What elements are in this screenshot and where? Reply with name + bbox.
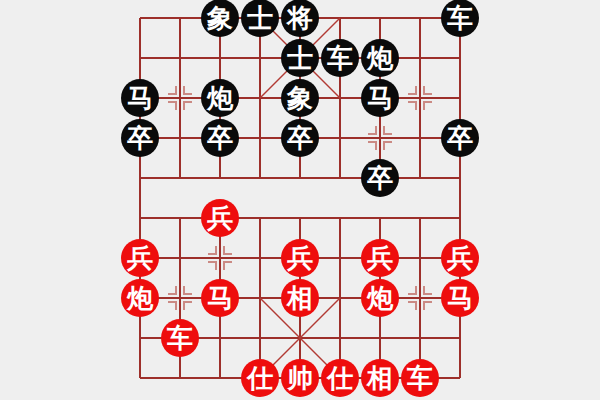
piece-black-soldier[interactable]: 卒	[361, 159, 399, 197]
piece-red-elephant[interactable]: 相	[281, 279, 319, 317]
piece-black-soldier[interactable]: 卒	[121, 119, 159, 157]
piece-black-advisor[interactable]: 士	[281, 39, 319, 77]
piece-black-cannon[interactable]: 炮	[361, 39, 399, 77]
xiangqi-board[interactable]: 象士将车士车炮马炮象马卒卒卒卒卒兵兵兵兵兵炮马相炮马车仕帅仕相车	[120, 0, 480, 398]
piece-red-soldier[interactable]: 兵	[201, 199, 239, 237]
piece-black-soldier[interactable]: 卒	[201, 119, 239, 157]
piece-black-soldier[interactable]: 卒	[441, 119, 479, 157]
piece-black-soldier[interactable]: 卒	[281, 119, 319, 157]
piece-red-advisor[interactable]: 仕	[241, 359, 279, 397]
piece-black-horse[interactable]: 马	[361, 79, 399, 117]
piece-red-soldier[interactable]: 兵	[361, 239, 399, 277]
piece-red-elephant[interactable]: 相	[361, 359, 399, 397]
pieces-layer: 象士将车士车炮马炮象马卒卒卒卒卒兵兵兵兵兵炮马相炮马车仕帅仕相车	[120, 0, 480, 398]
piece-red-soldier[interactable]: 兵	[121, 239, 159, 277]
piece-red-horse[interactable]: 马	[441, 279, 479, 317]
piece-red-general[interactable]: 帅	[281, 359, 319, 397]
piece-red-advisor[interactable]: 仕	[321, 359, 359, 397]
piece-black-elephant[interactable]: 象	[201, 0, 239, 37]
piece-red-cannon[interactable]: 炮	[361, 279, 399, 317]
piece-black-cannon[interactable]: 炮	[201, 79, 239, 117]
piece-black-elephant[interactable]: 象	[281, 79, 319, 117]
piece-red-soldier[interactable]: 兵	[281, 239, 319, 277]
piece-black-chariot[interactable]: 车	[441, 0, 479, 37]
piece-black-chariot[interactable]: 车	[321, 39, 359, 77]
piece-black-general[interactable]: 将	[281, 0, 319, 37]
piece-black-horse[interactable]: 马	[121, 79, 159, 117]
piece-red-horse[interactable]: 马	[201, 279, 239, 317]
piece-black-advisor[interactable]: 士	[241, 0, 279, 37]
piece-red-chariot[interactable]: 车	[161, 319, 199, 357]
piece-red-cannon[interactable]: 炮	[121, 279, 159, 317]
piece-red-soldier[interactable]: 兵	[441, 239, 479, 277]
piece-red-chariot[interactable]: 车	[401, 359, 439, 397]
